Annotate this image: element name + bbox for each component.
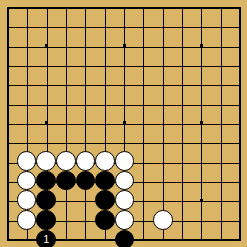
intersection[interactable] [76, 171, 96, 191]
intersection[interactable] [134, 17, 153, 36]
intersection[interactable] [211, 190, 230, 210]
white-stone [95, 151, 115, 171]
intersection[interactable] [56, 230, 76, 247]
intersection[interactable] [115, 230, 135, 247]
intersection[interactable] [115, 171, 135, 191]
black-stone [36, 190, 56, 210]
intersection[interactable] [56, 171, 76, 191]
intersection[interactable] [0, 17, 17, 36]
intersection[interactable] [230, 0, 247, 17]
intersection[interactable] [153, 230, 173, 247]
intersection[interactable] [173, 17, 192, 36]
intersection[interactable] [56, 36, 76, 55]
intersection[interactable] [0, 171, 17, 191]
intersection[interactable] [211, 36, 230, 55]
star-point [200, 121, 203, 124]
intersection[interactable]: 1 [36, 230, 56, 247]
go-board: 1 [0, 0, 247, 247]
intersection[interactable] [95, 55, 115, 74]
intersection[interactable] [36, 190, 56, 210]
intersection[interactable] [115, 36, 135, 55]
intersection[interactable] [211, 75, 230, 94]
intersection[interactable] [115, 151, 135, 171]
intersection[interactable] [17, 190, 37, 210]
intersection[interactable] [76, 0, 96, 17]
intersection[interactable] [0, 132, 17, 151]
intersection[interactable] [17, 113, 37, 132]
intersection[interactable] [173, 171, 192, 191]
intersection[interactable] [115, 17, 135, 36]
intersection[interactable] [211, 17, 230, 36]
intersection[interactable] [0, 0, 17, 17]
white-stone [115, 171, 135, 191]
intersection[interactable] [192, 36, 211, 55]
intersection[interactable] [230, 230, 247, 247]
intersection[interactable] [0, 113, 17, 132]
intersection[interactable] [115, 210, 135, 230]
intersection[interactable] [173, 94, 192, 113]
intersection[interactable] [211, 94, 230, 113]
intersection[interactable] [173, 132, 192, 151]
intersection[interactable] [173, 230, 192, 247]
intersection[interactable] [76, 17, 96, 36]
black-stone: 1 [36, 230, 56, 247]
white-stone [36, 151, 56, 171]
intersection[interactable] [36, 171, 56, 191]
intersection[interactable] [0, 151, 17, 171]
intersection[interactable] [153, 171, 173, 191]
intersection[interactable] [76, 132, 96, 151]
intersection[interactable] [192, 190, 211, 210]
intersection[interactable] [76, 75, 96, 94]
intersection[interactable] [134, 151, 153, 171]
intersection[interactable] [192, 113, 211, 132]
star-point [123, 121, 126, 124]
intersection[interactable] [56, 17, 76, 36]
intersection[interactable] [95, 75, 115, 94]
intersection[interactable] [17, 94, 37, 113]
intersection[interactable] [76, 94, 96, 113]
intersection[interactable] [192, 55, 211, 74]
intersection[interactable] [17, 132, 37, 151]
intersection[interactable] [173, 113, 192, 132]
intersection[interactable] [230, 113, 247, 132]
intersection[interactable] [230, 36, 247, 55]
intersection[interactable] [192, 230, 211, 247]
intersection[interactable] [95, 17, 115, 36]
black-stone [76, 171, 96, 191]
intersection[interactable] [36, 36, 56, 55]
intersection[interactable] [192, 171, 211, 191]
intersection[interactable] [173, 36, 192, 55]
black-stone [95, 210, 115, 230]
intersection[interactable] [95, 132, 115, 151]
black-stone [95, 171, 115, 191]
intersection[interactable] [56, 132, 76, 151]
intersection[interactable] [0, 55, 17, 74]
intersection[interactable] [134, 190, 153, 210]
intersection[interactable] [0, 190, 17, 210]
intersection[interactable] [173, 190, 192, 210]
intersection[interactable] [0, 36, 17, 55]
intersection[interactable] [192, 151, 211, 171]
intersection[interactable] [76, 190, 96, 210]
intersection[interactable] [230, 151, 247, 171]
intersection[interactable] [211, 113, 230, 132]
intersection[interactable] [56, 75, 76, 94]
intersection[interactable] [230, 55, 247, 74]
white-stone [17, 210, 37, 230]
intersection[interactable] [153, 17, 173, 36]
intersection[interactable] [36, 94, 56, 113]
star-point [200, 44, 203, 47]
intersection[interactable] [230, 190, 247, 210]
intersection[interactable] [230, 75, 247, 94]
intersection[interactable] [153, 94, 173, 113]
intersection[interactable] [173, 75, 192, 94]
intersection[interactable] [36, 75, 56, 94]
intersection[interactable] [76, 210, 96, 230]
intersection[interactable] [115, 113, 135, 132]
intersection[interactable] [76, 230, 96, 247]
go-board-diagram: 1 [0, 0, 247, 247]
intersection[interactable] [36, 17, 56, 36]
intersection[interactable] [17, 75, 37, 94]
intersection[interactable] [134, 75, 153, 94]
intersection[interactable] [95, 36, 115, 55]
intersection[interactable] [134, 113, 153, 132]
intersection[interactable] [153, 132, 173, 151]
intersection[interactable] [36, 151, 56, 171]
intersection[interactable] [95, 0, 115, 17]
white-stone [115, 151, 135, 171]
intersection[interactable] [56, 151, 76, 171]
intersection[interactable] [56, 210, 76, 230]
intersection[interactable] [95, 190, 115, 210]
white-stone [115, 190, 135, 210]
intersection[interactable] [76, 55, 96, 74]
intersection[interactable] [95, 113, 115, 132]
intersection[interactable] [36, 55, 56, 74]
white-stone [17, 190, 37, 210]
intersection[interactable] [173, 55, 192, 74]
white-stone [115, 210, 135, 230]
intersection[interactable] [134, 55, 153, 74]
intersection[interactable] [17, 0, 37, 17]
intersection[interactable] [230, 210, 247, 230]
white-stone [76, 151, 96, 171]
star-point [200, 199, 203, 202]
star-point [123, 44, 126, 47]
intersection[interactable] [0, 230, 17, 247]
intersection[interactable] [153, 210, 173, 230]
intersection[interactable] [36, 210, 56, 230]
intersection[interactable] [134, 171, 153, 191]
intersection[interactable] [115, 0, 135, 17]
intersection[interactable] [173, 151, 192, 171]
intersection[interactable] [95, 230, 115, 247]
intersection[interactable] [95, 171, 115, 191]
intersection[interactable] [17, 171, 37, 191]
white-stone [153, 210, 173, 230]
intersection[interactable] [211, 230, 230, 247]
intersection[interactable] [153, 75, 173, 94]
intersection[interactable] [17, 17, 37, 36]
white-stone [56, 151, 76, 171]
intersection[interactable] [211, 55, 230, 74]
intersection[interactable] [211, 210, 230, 230]
intersection[interactable] [192, 75, 211, 94]
intersection[interactable] [230, 94, 247, 113]
intersection[interactable] [76, 113, 96, 132]
intersection[interactable] [76, 36, 96, 55]
intersection[interactable] [36, 0, 56, 17]
intersection[interactable] [211, 0, 230, 17]
intersection[interactable] [192, 0, 211, 17]
intersection[interactable] [134, 94, 153, 113]
black-stone [56, 171, 76, 191]
intersection[interactable] [153, 0, 173, 17]
black-stone [95, 190, 115, 210]
intersection[interactable] [17, 55, 37, 74]
intersection[interactable] [0, 210, 17, 230]
intersection[interactable] [192, 210, 211, 230]
intersection[interactable] [0, 94, 17, 113]
intersection[interactable] [95, 94, 115, 113]
intersection[interactable] [211, 151, 230, 171]
intersection[interactable] [95, 151, 115, 171]
white-stone [17, 171, 37, 191]
intersection[interactable] [17, 230, 37, 247]
intersection[interactable] [134, 132, 153, 151]
intersection[interactable] [134, 230, 153, 247]
intersection[interactable] [192, 132, 211, 151]
intersection[interactable] [230, 132, 247, 151]
intersection[interactable] [153, 113, 173, 132]
intersection[interactable] [230, 17, 247, 36]
intersection[interactable] [115, 190, 135, 210]
intersection[interactable] [173, 0, 192, 17]
intersection[interactable] [56, 113, 76, 132]
intersection[interactable] [153, 36, 173, 55]
intersection[interactable] [134, 210, 153, 230]
black-stone [36, 210, 56, 230]
intersection[interactable] [36, 113, 56, 132]
intersection[interactable] [36, 132, 56, 151]
intersection[interactable] [115, 94, 135, 113]
intersection[interactable] [192, 94, 211, 113]
intersection[interactable] [56, 190, 76, 210]
intersection[interactable] [115, 75, 135, 94]
intersection[interactable] [0, 75, 17, 94]
intersection[interactable] [115, 132, 135, 151]
intersection[interactable] [173, 210, 192, 230]
intersection[interactable] [211, 132, 230, 151]
star-point [45, 44, 48, 47]
intersection[interactable] [115, 55, 135, 74]
intersection[interactable] [17, 36, 37, 55]
intersection[interactable] [56, 55, 76, 74]
intersection[interactable] [153, 151, 173, 171]
intersection[interactable] [134, 36, 153, 55]
black-stone [115, 230, 135, 247]
intersection[interactable] [17, 151, 37, 171]
star-point [45, 121, 48, 124]
intersection[interactable] [153, 55, 173, 74]
intersection[interactable] [95, 210, 115, 230]
intersection[interactable] [76, 151, 96, 171]
black-stone [36, 171, 56, 191]
intersection[interactable] [56, 94, 76, 113]
intersection[interactable] [192, 17, 211, 36]
intersection[interactable] [211, 171, 230, 191]
intersection[interactable] [56, 0, 76, 17]
intersection[interactable] [134, 0, 153, 17]
white-stone [17, 151, 37, 171]
move-number-label: 1 [43, 234, 49, 245]
intersection[interactable] [230, 171, 247, 191]
intersection[interactable] [153, 190, 173, 210]
intersection[interactable] [17, 210, 37, 230]
